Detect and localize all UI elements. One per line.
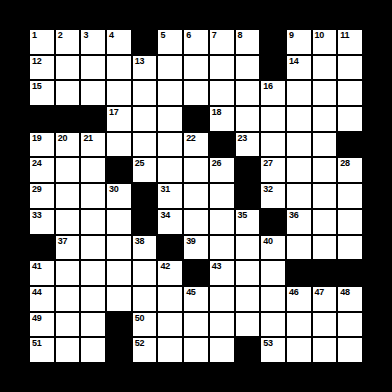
cell-r11c4[interactable] [107,287,131,311]
cell-r10c2[interactable] [56,261,80,285]
clue-number-53: 53 [263,338,272,348]
cell-r5c6[interactable] [158,133,182,157]
clue-number-15: 15 [32,81,41,91]
cell-r3c10[interactable]: 16 [261,81,285,105]
clue-number-20: 20 [58,133,67,143]
clue-number-8: 8 [238,30,243,40]
cell-r8c6[interactable]: 34 [158,210,182,234]
cell-r5c9[interactable]: 23 [236,133,260,157]
cell-r11c1[interactable]: 44 [30,287,54,311]
black-cell-r6c9 [236,158,260,182]
cell-r1c2[interactable]: 2 [56,30,80,54]
cell-r1c13[interactable]: 11 [338,30,362,54]
cell-r2c6[interactable] [158,56,182,80]
cell-r2c4[interactable] [107,56,131,80]
clue-number-24: 24 [32,158,41,168]
cell-r7c8[interactable] [210,184,234,208]
clue-number-32: 32 [263,184,272,194]
cell-r12c2[interactable] [56,313,80,337]
cell-r13c10[interactable]: 53 [261,338,285,362]
clue-number-39: 39 [186,236,195,246]
cell-r6c11[interactable] [287,158,311,182]
clue-number-6: 6 [186,30,191,40]
cell-r9c2[interactable]: 37 [56,236,80,260]
cell-r6c7[interactable] [184,158,208,182]
cell-r2c9[interactable] [236,56,260,80]
cell-r8c8[interactable] [210,210,234,234]
cell-r3c9[interactable] [236,81,260,105]
clue-number-27: 27 [263,158,272,168]
cell-r1c1[interactable]: 1 [30,30,54,54]
cell-r12c6[interactable] [158,313,182,337]
cell-r8c13[interactable] [338,210,362,234]
cell-r5c4[interactable] [107,133,131,157]
cell-r6c13[interactable]: 28 [338,158,362,182]
black-cell-r10c7 [184,261,208,285]
cell-r13c11[interactable] [287,338,311,362]
black-cell-r4c7 [184,107,208,131]
black-cell-r10c11 [287,261,311,285]
cell-r12c8[interactable] [210,313,234,337]
clue-number-16: 16 [263,81,272,91]
cell-r12c9[interactable] [236,313,260,337]
clue-number-25: 25 [135,158,144,168]
clue-number-35: 35 [238,210,247,220]
cell-r8c4[interactable] [107,210,131,234]
cell-r1c12[interactable]: 10 [313,30,337,54]
clue-number-37: 37 [58,236,67,246]
crossword-grid: 1234567891011121314151617181920212223242… [28,28,364,364]
cell-r1c4[interactable]: 4 [107,30,131,54]
cell-r2c5[interactable]: 13 [133,56,157,80]
cell-r13c1[interactable]: 51 [30,338,54,362]
cell-r1c11[interactable]: 9 [287,30,311,54]
clue-number-51: 51 [32,338,41,348]
black-cell-r12c4 [107,313,131,337]
clue-number-46: 46 [289,287,298,297]
cell-r9c11[interactable] [287,236,311,260]
clue-number-34: 34 [160,210,169,220]
black-cell-r13c9 [236,338,260,362]
clue-number-13: 13 [135,56,144,66]
cell-r10c4[interactable] [107,261,131,285]
cell-r6c12[interactable] [313,158,337,182]
clue-number-1: 1 [32,30,37,40]
clue-number-30: 30 [109,184,118,194]
black-cell-r8c10 [261,210,285,234]
clue-number-17: 17 [109,107,118,117]
clue-number-33: 33 [32,210,41,220]
cell-r4c10[interactable] [261,107,285,131]
cell-r7c3[interactable] [81,184,105,208]
cell-r10c8[interactable]: 43 [210,261,234,285]
cell-r5c3[interactable]: 21 [81,133,105,157]
cell-r7c13[interactable] [338,184,362,208]
cell-r7c6[interactable]: 31 [158,184,182,208]
cell-r3c1[interactable]: 15 [30,81,54,105]
cell-r3c12[interactable] [313,81,337,105]
cell-r10c1[interactable]: 41 [30,261,54,285]
cell-r10c6[interactable]: 42 [158,261,182,285]
cell-r13c7[interactable] [184,338,208,362]
cell-r8c12[interactable] [313,210,337,234]
cell-r13c2[interactable] [56,338,80,362]
cell-r7c12[interactable] [313,184,337,208]
cell-r7c7[interactable] [184,184,208,208]
cell-r3c5[interactable] [133,81,157,105]
clue-number-11: 11 [340,30,349,40]
clue-number-2: 2 [58,30,63,40]
clue-number-49: 49 [32,313,41,323]
cell-r9c10[interactable]: 40 [261,236,285,260]
cell-r11c12[interactable]: 47 [313,287,337,311]
cell-r5c7[interactable]: 22 [184,133,208,157]
clue-number-50: 50 [135,313,144,323]
black-cell-r10c12 [313,261,337,285]
cell-r4c9[interactable] [236,107,260,131]
clue-number-36: 36 [289,210,298,220]
cell-r11c11[interactable]: 46 [287,287,311,311]
black-cell-r6c4 [107,158,131,182]
cell-r2c8[interactable] [210,56,234,80]
cell-r4c13[interactable] [338,107,362,131]
black-cell-r8c5 [133,210,157,234]
cell-r8c9[interactable]: 35 [236,210,260,234]
black-cell-r2c10 [261,56,285,80]
cell-r13c3[interactable] [81,338,105,362]
clue-number-12: 12 [32,56,41,66]
cell-r9c7[interactable]: 39 [184,236,208,260]
clue-number-44: 44 [32,287,41,297]
black-cell-r7c9 [236,184,260,208]
cell-r9c9[interactable] [236,236,260,260]
black-cell-r4c3 [81,107,105,131]
cell-r3c2[interactable] [56,81,80,105]
clue-number-43: 43 [212,261,221,271]
black-cell-r10c13 [338,261,362,285]
black-cell-r7c5 [133,184,157,208]
cell-r8c3[interactable] [81,210,105,234]
clue-number-9: 9 [289,30,294,40]
cell-r1c3[interactable]: 3 [81,30,105,54]
cell-r11c3[interactable] [81,287,105,311]
cell-r2c13[interactable] [338,56,362,80]
cell-r10c5[interactable] [133,261,157,285]
cell-r12c10[interactable] [261,313,285,337]
cell-r12c3[interactable] [81,313,105,337]
clue-number-21: 21 [83,133,92,143]
clue-number-4: 4 [109,30,114,40]
cell-r13c6[interactable] [158,338,182,362]
clue-number-31: 31 [160,184,169,194]
cell-r6c1[interactable]: 24 [30,158,54,182]
cell-r11c9[interactable] [236,287,260,311]
cell-r4c4[interactable]: 17 [107,107,131,131]
cell-r11c7[interactable]: 45 [184,287,208,311]
cell-r13c12[interactable] [313,338,337,362]
cell-r13c13[interactable] [338,338,362,362]
clue-number-10: 10 [315,30,324,40]
cell-r4c12[interactable] [313,107,337,131]
black-cell-r5c8 [210,133,234,157]
cell-r3c4[interactable] [107,81,131,105]
cell-r7c1[interactable]: 29 [30,184,54,208]
cell-r12c5[interactable]: 50 [133,313,157,337]
cell-r8c2[interactable] [56,210,80,234]
cell-r2c3[interactable] [81,56,105,80]
clue-number-7: 7 [212,30,217,40]
black-cell-r1c5 [133,30,157,54]
clue-number-48: 48 [340,287,349,297]
cell-r13c5[interactable]: 52 [133,338,157,362]
cell-r12c11[interactable] [287,313,311,337]
cell-r4c6[interactable] [158,107,182,131]
clue-number-47: 47 [315,287,324,297]
cell-r5c1[interactable]: 19 [30,133,54,157]
cell-r6c10[interactable]: 27 [261,158,285,182]
cell-r6c8[interactable]: 26 [210,158,234,182]
cell-r3c11[interactable] [287,81,311,105]
cell-r11c5[interactable] [133,287,157,311]
cell-r12c13[interactable] [338,313,362,337]
black-cell-r4c1 [30,107,54,131]
clue-number-45: 45 [186,287,195,297]
cell-r4c5[interactable] [133,107,157,131]
clue-number-52: 52 [135,338,144,348]
cell-r7c10[interactable]: 32 [261,184,285,208]
cell-r2c12[interactable] [313,56,337,80]
crossword-page: 1234567891011121314151617181920212223242… [0,0,392,392]
clue-number-28: 28 [340,158,349,168]
cell-r2c1[interactable]: 12 [30,56,54,80]
clue-number-42: 42 [160,261,169,271]
cell-r10c3[interactable] [81,261,105,285]
cell-r2c11[interactable]: 14 [287,56,311,80]
clue-number-40: 40 [263,236,272,246]
clue-number-38: 38 [135,236,144,246]
cell-r2c7[interactable] [184,56,208,80]
cell-r3c13[interactable] [338,81,362,105]
cell-r7c4[interactable]: 30 [107,184,131,208]
cell-r4c8[interactable]: 18 [210,107,234,131]
clue-number-3: 3 [83,30,88,40]
cell-r7c2[interactable] [56,184,80,208]
cell-r5c10[interactable] [261,133,285,157]
cell-r1c9[interactable]: 8 [236,30,260,54]
cell-r5c12[interactable] [313,133,337,157]
clue-number-5: 5 [160,30,165,40]
cell-r6c2[interactable] [56,158,80,182]
clue-number-23: 23 [238,133,247,143]
black-cell-r9c1 [30,236,54,260]
clue-number-18: 18 [212,107,221,117]
cell-r4c11[interactable] [287,107,311,131]
cell-r3c7[interactable] [184,81,208,105]
cell-r13c8[interactable] [210,338,234,362]
cell-r9c4[interactable] [107,236,131,260]
cell-r11c2[interactable] [56,287,80,311]
cell-r10c10[interactable] [261,261,285,285]
cell-r1c8[interactable]: 7 [210,30,234,54]
black-cell-r13c4 [107,338,131,362]
cell-r9c5[interactable]: 38 [133,236,157,260]
cell-r3c3[interactable] [81,81,105,105]
cell-r7c11[interactable] [287,184,311,208]
cell-r6c3[interactable] [81,158,105,182]
cell-r11c6[interactable] [158,287,182,311]
cell-r9c12[interactable] [313,236,337,260]
cell-r8c7[interactable] [184,210,208,234]
cell-r12c12[interactable] [313,313,337,337]
cell-r5c2[interactable]: 20 [56,133,80,157]
clue-number-41: 41 [32,261,41,271]
clue-number-22: 22 [186,133,195,143]
cell-r2c2[interactable] [56,56,80,80]
cell-r9c3[interactable] [81,236,105,260]
cell-r5c5[interactable] [133,133,157,157]
cell-r6c6[interactable] [158,158,182,182]
cell-r1c7[interactable]: 6 [184,30,208,54]
cell-r3c8[interactable] [210,81,234,105]
cell-r1c6[interactable]: 5 [158,30,182,54]
cell-r10c9[interactable] [236,261,260,285]
cell-r9c13[interactable] [338,236,362,260]
cell-r12c1[interactable]: 49 [30,313,54,337]
cell-r3c6[interactable] [158,81,182,105]
cell-r5c11[interactable] [287,133,311,157]
black-cell-r5c13 [338,133,362,157]
clue-number-19: 19 [32,133,41,143]
black-cell-r1c10 [261,30,285,54]
clue-number-29: 29 [32,184,41,194]
cell-r11c10[interactable] [261,287,285,311]
cell-r12c7[interactable] [184,313,208,337]
cell-r6c5[interactable]: 25 [133,158,157,182]
clue-number-14: 14 [289,56,298,66]
cell-r8c11[interactable]: 36 [287,210,311,234]
cell-r11c8[interactable] [210,287,234,311]
cell-r11c13[interactable]: 48 [338,287,362,311]
clue-number-26: 26 [212,158,221,168]
cell-r9c8[interactable] [210,236,234,260]
black-cell-r9c6 [158,236,182,260]
cell-r8c1[interactable]: 33 [30,210,54,234]
black-cell-r4c2 [56,107,80,131]
